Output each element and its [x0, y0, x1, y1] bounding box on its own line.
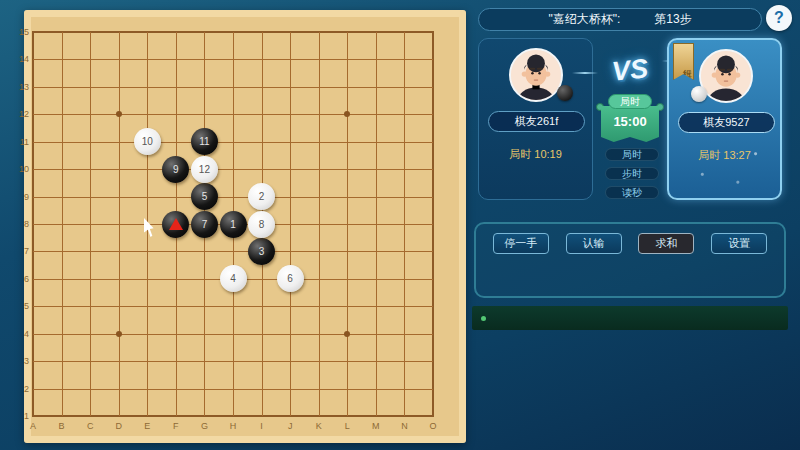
- row-label: 3: [14, 356, 29, 366]
- grid-line: [33, 251, 433, 252]
- stone-black-11: 11: [191, 128, 218, 155]
- column-label: H: [223, 421, 243, 431]
- grid-line: [404, 32, 405, 416]
- grid-line: [290, 32, 291, 416]
- main-clock-label: 局时: [608, 94, 652, 109]
- column-label: O: [423, 421, 443, 431]
- row-label: 11: [14, 137, 29, 147]
- help-button[interactable]: ?: [766, 5, 792, 31]
- avatar-black-player: [509, 48, 563, 102]
- row-label: 5: [14, 301, 29, 311]
- grid-line: [33, 306, 433, 307]
- row-label: 15: [14, 27, 29, 37]
- row-label: 13: [14, 82, 29, 92]
- turn-pennant-badge: 行棋: [673, 43, 694, 80]
- stone-white-8: 8: [248, 211, 275, 238]
- grid-line: [33, 389, 433, 390]
- column-label: G: [194, 421, 214, 431]
- row-label: 14: [14, 54, 29, 64]
- main-clock-time: 15:00: [601, 106, 659, 142]
- stone-black-7: 7: [191, 211, 218, 238]
- player-name-black: 棋友261f: [488, 111, 585, 132]
- pass-button[interactable]: 停一手: [493, 233, 549, 254]
- grid-line: [33, 334, 433, 335]
- stone-white-6: 6: [277, 265, 304, 292]
- stone-black-1: 1: [220, 211, 247, 238]
- column-label: M: [366, 421, 386, 431]
- column-label: A: [23, 421, 43, 431]
- question-icon: ?: [774, 9, 784, 27]
- star-point: [116, 331, 122, 337]
- board-grid[interactable]: ABCDEFGHIJKLMNO1514131211109876543211234…: [33, 32, 433, 416]
- star-point: [116, 111, 122, 117]
- column-label: I: [252, 421, 272, 431]
- resign-button[interactable]: 认输: [566, 233, 622, 254]
- column-label: J: [280, 421, 300, 431]
- row-label: 1: [14, 411, 29, 421]
- grid-line: [319, 32, 320, 416]
- row-label: 8: [14, 219, 29, 229]
- clock-mode-game-time: 局时: [605, 148, 659, 161]
- move-counter: 第13步: [654, 11, 691, 28]
- white-stone-icon: [691, 86, 707, 102]
- row-label: 12: [14, 109, 29, 119]
- stone-black-5: 5: [191, 183, 218, 210]
- column-label: B: [52, 421, 72, 431]
- column-label: N: [394, 421, 414, 431]
- app-window: ABCDEFGHIJKLMNO1514131211109876543211234…: [0, 0, 800, 450]
- column-label: K: [309, 421, 329, 431]
- actions-row: 停一手 认输 求和 设置: [476, 233, 784, 254]
- column-label: F: [166, 421, 186, 431]
- online-dot-icon: [481, 316, 486, 321]
- player-name-white: 棋友9527: [678, 112, 775, 133]
- stone-black-3: 3: [248, 238, 275, 265]
- clock-mode-byoyomi: 读秒: [605, 186, 659, 199]
- grid-line: [347, 32, 348, 416]
- stone-white-10: 10: [134, 128, 161, 155]
- column-label: L: [337, 421, 357, 431]
- star-point: [344, 111, 350, 117]
- vs-logo: VS: [593, 41, 666, 100]
- row-label: 4: [14, 329, 29, 339]
- row-label: 9: [14, 192, 29, 202]
- row-label: 2: [14, 384, 29, 394]
- column-label: D: [109, 421, 129, 431]
- avatar-white-player: [699, 49, 753, 103]
- settings-button[interactable]: 设置: [711, 233, 767, 254]
- column-label: E: [137, 421, 157, 431]
- stone-white-2: 2: [248, 183, 275, 210]
- main-clock-banner: 局时 15:00: [598, 94, 662, 144]
- clock-mode-move-time: 步时: [605, 167, 659, 180]
- vs-decor-line: [572, 72, 598, 74]
- offer-draw-button[interactable]: 求和: [638, 233, 694, 254]
- stone-black-13: [162, 211, 189, 238]
- black-stone-icon: [557, 85, 573, 101]
- grid-line: [376, 32, 377, 416]
- row-label: 10: [14, 164, 29, 174]
- clock-mode-list: 局时 步时 读秒: [605, 148, 659, 199]
- actions-panel: 停一手 认输 求和 设置: [474, 222, 786, 298]
- player-card-black: 棋友261f 局时 10:19: [478, 38, 593, 200]
- avatar-face-icon: [701, 51, 751, 101]
- row-label: 7: [14, 246, 29, 256]
- gomoku-board-panel: ABCDEFGHIJKLMNO1514131211109876543211234…: [24, 10, 466, 443]
- stone-black-9: 9: [162, 156, 189, 183]
- column-label: C: [80, 421, 100, 431]
- last-move-triangle-marker: [169, 218, 183, 230]
- row-label: 6: [14, 274, 29, 284]
- avatar-face-icon: [511, 50, 561, 100]
- status-strip[interactable]: [472, 306, 788, 330]
- tournament-title: "嘉绍大桥杯":: [548, 11, 620, 28]
- grid-line: [33, 361, 433, 362]
- stone-white-4: 4: [220, 265, 247, 292]
- player-timer-black: 局时 10:19: [479, 147, 592, 162]
- match-title-bar: "嘉绍大桥杯": 第13步: [478, 8, 762, 31]
- star-point: [344, 331, 350, 337]
- player-timer-white: 局时 13:27: [669, 148, 780, 163]
- stone-white-12: 12: [191, 156, 218, 183]
- player-card-white: 行棋 棋友9527 局时 13:2: [667, 38, 782, 200]
